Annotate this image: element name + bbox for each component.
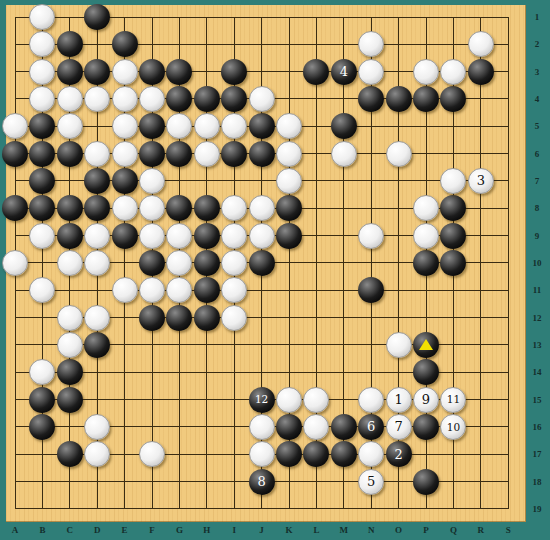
column-label-K: K xyxy=(279,522,299,537)
stone-white-G9 xyxy=(166,223,192,249)
stone-white-D6 xyxy=(84,141,110,167)
stone-white-E8 xyxy=(112,195,138,221)
stone-white-Q15: 11 xyxy=(440,387,466,413)
stone-black-C6 xyxy=(57,141,83,167)
stone-white-B9 xyxy=(29,223,55,249)
stone-black-H12 xyxy=(194,305,220,331)
stone-black-H11 xyxy=(194,277,220,303)
column-label-I: I xyxy=(224,522,244,537)
stone-white-C10 xyxy=(57,250,83,276)
column-label-N: N xyxy=(361,522,381,537)
column-label-E: E xyxy=(115,522,135,537)
stone-white-D4 xyxy=(84,86,110,112)
stone-black-Q9 xyxy=(440,223,466,249)
stone-black-C3 xyxy=(57,59,83,85)
column-label-L: L xyxy=(306,522,326,537)
stone-white-L15 xyxy=(303,387,329,413)
column-label-R: R xyxy=(471,522,491,537)
stone-white-O6 xyxy=(386,141,412,167)
stone-white-N3 xyxy=(358,59,384,85)
stone-white-H6 xyxy=(194,141,220,167)
stone-white-P3 xyxy=(413,59,439,85)
stone-white-H5 xyxy=(194,113,220,139)
stone-black-E7 xyxy=(112,168,138,194)
stone-white-I10 xyxy=(221,250,247,276)
stone-black-P16 xyxy=(413,414,439,440)
move-number-11: 11 xyxy=(447,394,460,405)
move-number-6: 6 xyxy=(367,420,375,433)
stone-black-E2 xyxy=(112,31,138,57)
stone-white-R2 xyxy=(468,31,494,57)
stone-white-I12 xyxy=(221,305,247,331)
stone-white-O15: 1 xyxy=(386,387,412,413)
stone-black-O4 xyxy=(386,86,412,112)
row-label-1: 1 xyxy=(527,10,547,24)
column-label-F: F xyxy=(142,522,162,537)
stone-white-E11 xyxy=(112,277,138,303)
stone-white-J8 xyxy=(249,195,275,221)
stone-white-D12 xyxy=(84,305,110,331)
stone-white-D16 xyxy=(84,414,110,440)
stone-black-C14 xyxy=(57,359,83,385)
stone-white-I9 xyxy=(221,223,247,249)
stone-black-P18 xyxy=(413,469,439,495)
stone-black-B6 xyxy=(29,141,55,167)
row-label-11: 11 xyxy=(527,283,547,297)
stone-black-H8 xyxy=(194,195,220,221)
stone-white-C5 xyxy=(57,113,83,139)
row-label-14: 14 xyxy=(527,365,547,379)
stone-white-J9 xyxy=(249,223,275,249)
stone-white-E6 xyxy=(112,141,138,167)
stone-black-F12 xyxy=(139,305,165,331)
stone-black-L3 xyxy=(303,59,329,85)
stone-black-H9 xyxy=(194,223,220,249)
move-number-3: 3 xyxy=(477,174,485,187)
row-label-6: 6 xyxy=(527,147,547,161)
stone-white-F7 xyxy=(139,168,165,194)
stone-white-C4 xyxy=(57,86,83,112)
column-label-P: P xyxy=(416,522,436,537)
stone-white-J17 xyxy=(249,441,275,467)
stone-black-M3: 4 xyxy=(331,59,357,85)
stone-black-F10 xyxy=(139,250,165,276)
stone-black-J10 xyxy=(249,250,275,276)
stone-black-J5 xyxy=(249,113,275,139)
stone-white-P9 xyxy=(413,223,439,249)
stone-black-J6 xyxy=(249,141,275,167)
move-number-10: 10 xyxy=(447,422,460,433)
stone-black-B15 xyxy=(29,387,55,413)
row-label-17: 17 xyxy=(527,447,547,461)
stone-white-E4 xyxy=(112,86,138,112)
stone-black-I6 xyxy=(221,141,247,167)
column-label-H: H xyxy=(197,522,217,537)
stone-black-D13 xyxy=(84,332,110,358)
triangle-marker xyxy=(419,339,433,350)
stone-black-K9 xyxy=(276,223,302,249)
stone-white-F9 xyxy=(139,223,165,249)
stone-white-D9 xyxy=(84,223,110,249)
row-label-8: 8 xyxy=(527,201,547,215)
column-label-O: O xyxy=(389,522,409,537)
stone-black-G6 xyxy=(166,141,192,167)
stone-black-M16 xyxy=(331,414,357,440)
column-label-J: J xyxy=(252,522,272,537)
stone-black-R3 xyxy=(468,59,494,85)
stone-white-D10 xyxy=(84,250,110,276)
column-label-D: D xyxy=(87,522,107,537)
stone-black-O17: 2 xyxy=(386,441,412,467)
move-number-5: 5 xyxy=(367,475,375,488)
stone-white-Q3 xyxy=(440,59,466,85)
stone-black-G3 xyxy=(166,59,192,85)
row-label-2: 2 xyxy=(527,37,547,51)
stone-white-N15 xyxy=(358,387,384,413)
column-label-B: B xyxy=(32,522,52,537)
stone-black-N16: 6 xyxy=(358,414,384,440)
column-label-C: C xyxy=(60,522,80,537)
move-number-7: 7 xyxy=(394,420,402,433)
stone-white-E3 xyxy=(112,59,138,85)
stone-white-F4 xyxy=(139,86,165,112)
column-label-M: M xyxy=(334,522,354,537)
row-label-16: 16 xyxy=(527,420,547,434)
stone-white-P15: 9 xyxy=(413,387,439,413)
move-number-8: 8 xyxy=(257,475,265,488)
stone-white-K6 xyxy=(276,141,302,167)
stone-black-H10 xyxy=(194,250,220,276)
stone-white-J4 xyxy=(249,86,275,112)
stone-white-O16: 7 xyxy=(386,414,412,440)
stone-black-M17 xyxy=(331,441,357,467)
stone-white-E5 xyxy=(112,113,138,139)
row-label-9: 9 xyxy=(527,229,547,243)
stone-white-K15 xyxy=(276,387,302,413)
stone-black-F3 xyxy=(139,59,165,85)
stone-black-I4 xyxy=(221,86,247,112)
stone-black-N4 xyxy=(358,86,384,112)
stone-white-O13 xyxy=(386,332,412,358)
row-label-13: 13 xyxy=(527,338,547,352)
stone-black-D7 xyxy=(84,168,110,194)
stone-white-C13 xyxy=(57,332,83,358)
row-label-12: 12 xyxy=(527,311,547,325)
grid-horizontal-line xyxy=(15,44,509,45)
stone-black-C8 xyxy=(57,195,83,221)
column-label-G: G xyxy=(169,522,189,537)
stone-black-D1 xyxy=(84,4,110,30)
stone-black-M5 xyxy=(331,113,357,139)
stone-black-I3 xyxy=(221,59,247,85)
move-number-9: 9 xyxy=(422,393,430,406)
row-label-4: 4 xyxy=(527,92,547,106)
move-number-12: 12 xyxy=(255,394,268,405)
stone-white-A10 xyxy=(2,250,28,276)
stone-white-B3 xyxy=(29,59,55,85)
stone-black-C2 xyxy=(57,31,83,57)
stone-white-N9 xyxy=(358,223,384,249)
row-label-19: 19 xyxy=(527,502,547,516)
stone-black-G12 xyxy=(166,305,192,331)
stone-white-K7 xyxy=(276,168,302,194)
row-label-7: 7 xyxy=(527,174,547,188)
stone-black-H4 xyxy=(194,86,220,112)
stone-white-R7: 3 xyxy=(468,168,494,194)
stone-black-E9 xyxy=(112,223,138,249)
row-label-5: 5 xyxy=(527,119,547,133)
column-label-Q: Q xyxy=(443,522,463,537)
move-number-1: 1 xyxy=(394,393,402,406)
stone-black-F6 xyxy=(139,141,165,167)
row-label-10: 10 xyxy=(527,256,547,270)
row-label-18: 18 xyxy=(527,475,547,489)
grid-horizontal-line xyxy=(15,508,509,509)
stone-white-M6 xyxy=(331,141,357,167)
stone-black-C15 xyxy=(57,387,83,413)
stone-black-P4 xyxy=(413,86,439,112)
column-label-S: S xyxy=(498,522,518,537)
go-board-screenshot: 412628319117105ABCDEFGHIJKLMNOPQRS123456… xyxy=(0,0,550,540)
move-number-2: 2 xyxy=(394,448,402,461)
stone-white-C12 xyxy=(57,305,83,331)
stone-black-K16 xyxy=(276,414,302,440)
stone-black-D3 xyxy=(84,59,110,85)
stone-white-N18: 5 xyxy=(358,469,384,495)
row-label-3: 3 xyxy=(527,65,547,79)
grid-horizontal-line xyxy=(15,290,509,291)
row-label-15: 15 xyxy=(527,393,547,407)
stone-black-C17 xyxy=(57,441,83,467)
stone-black-A6 xyxy=(2,141,28,167)
move-number-4: 4 xyxy=(340,65,348,78)
stone-white-J16 xyxy=(249,414,275,440)
stone-black-J18: 8 xyxy=(249,469,275,495)
stone-black-J15: 12 xyxy=(249,387,275,413)
stone-black-C9 xyxy=(57,223,83,249)
stone-black-P10 xyxy=(413,250,439,276)
column-label-A: A xyxy=(5,522,25,537)
